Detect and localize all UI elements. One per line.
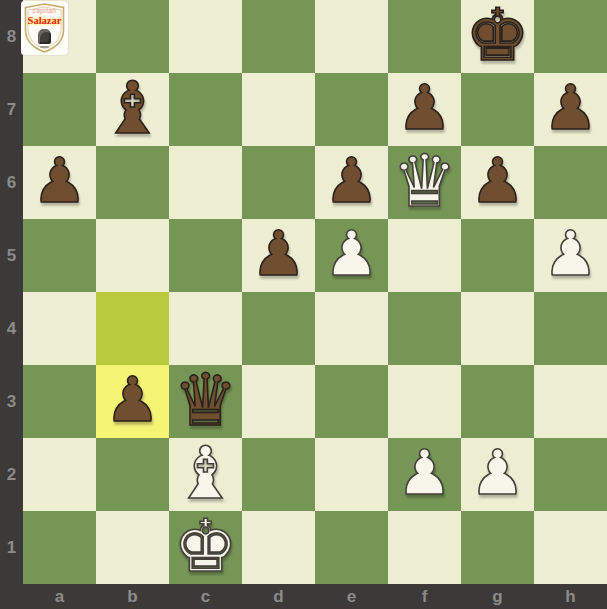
square-c1[interactable]: ♚ xyxy=(169,511,242,584)
square-h1[interactable] xyxy=(534,511,607,584)
square-e2[interactable] xyxy=(315,438,388,511)
square-h2[interactable] xyxy=(534,438,607,511)
piece-white-king-c1[interactable]: ♚ xyxy=(169,509,242,582)
square-f3[interactable] xyxy=(388,365,461,438)
square-a7[interactable] xyxy=(23,73,96,146)
square-g6[interactable]: ♟ xyxy=(461,146,534,219)
square-c4[interactable] xyxy=(169,292,242,365)
square-h3[interactable] xyxy=(534,365,607,438)
square-h6[interactable] xyxy=(534,146,607,219)
square-f1[interactable] xyxy=(388,511,461,584)
file-label-c: c xyxy=(169,584,242,609)
square-a6[interactable]: ♟ xyxy=(23,146,96,219)
square-h8[interactable] xyxy=(534,0,607,73)
square-h4[interactable] xyxy=(534,292,607,365)
rank-label-6: 6 xyxy=(0,146,23,219)
square-g3[interactable] xyxy=(461,365,534,438)
square-b7[interactable]: ♝ xyxy=(96,73,169,146)
square-e1[interactable] xyxy=(315,511,388,584)
square-c6[interactable] xyxy=(169,146,242,219)
square-c3[interactable]: ♛ xyxy=(169,365,242,438)
rank-label-5: 5 xyxy=(0,219,23,292)
square-a4[interactable] xyxy=(23,292,96,365)
file-label-h: h xyxy=(534,584,607,609)
piece-black-bishop-b7[interactable]: ♝ xyxy=(96,71,169,144)
piece-white-pawn-f2[interactable]: ♟ xyxy=(388,436,461,509)
square-d7[interactable] xyxy=(242,73,315,146)
crest-caption xyxy=(40,46,49,48)
piece-black-pawn-g6[interactable]: ♟ xyxy=(461,144,534,217)
file-label-a: a xyxy=(23,584,96,609)
square-b5[interactable] xyxy=(96,219,169,292)
square-e5[interactable]: ♟ xyxy=(315,219,388,292)
logo-subtitle: capitan xyxy=(21,7,68,14)
square-a5[interactable] xyxy=(23,219,96,292)
rank-label-4: 4 xyxy=(0,292,23,365)
square-g8[interactable]: ♚ xyxy=(461,0,534,73)
square-a1[interactable] xyxy=(23,511,96,584)
square-e7[interactable] xyxy=(315,73,388,146)
square-f2[interactable]: ♟ xyxy=(388,438,461,511)
rank-label-3: 3 xyxy=(0,365,23,438)
piece-black-pawn-a6[interactable]: ♟ xyxy=(23,144,96,217)
square-d2[interactable] xyxy=(242,438,315,511)
square-c2[interactable]: ♝ xyxy=(169,438,242,511)
file-label-f: f xyxy=(388,584,461,609)
piece-white-pawn-e5[interactable]: ♟ xyxy=(315,217,388,290)
square-g7[interactable] xyxy=(461,73,534,146)
piece-black-pawn-b3[interactable]: ♟ xyxy=(96,363,169,436)
piece-black-pawn-h7[interactable]: ♟ xyxy=(534,71,607,144)
piece-white-pawn-g2[interactable]: ♟ xyxy=(461,436,534,509)
chess-app: ♚♝♟♟♟♟♛♟♟♟♟♟♛♝♟♟♚ capitan Salazar 876543… xyxy=(0,0,607,609)
square-e3[interactable] xyxy=(315,365,388,438)
square-f6[interactable]: ♛ xyxy=(388,146,461,219)
file-label-b: b xyxy=(96,584,169,609)
rank-label-7: 7 xyxy=(0,73,23,146)
square-g2[interactable]: ♟ xyxy=(461,438,534,511)
square-f8[interactable] xyxy=(388,0,461,73)
square-c8[interactable] xyxy=(169,0,242,73)
square-h5[interactable]: ♟ xyxy=(534,219,607,292)
square-e8[interactable] xyxy=(315,0,388,73)
square-d4[interactable] xyxy=(242,292,315,365)
square-g1[interactable] xyxy=(461,511,534,584)
square-a3[interactable] xyxy=(23,365,96,438)
square-e6[interactable]: ♟ xyxy=(315,146,388,219)
rank-label-1: 1 xyxy=(0,511,23,584)
piece-white-bishop-c2[interactable]: ♝ xyxy=(169,436,242,509)
player-avatar: capitan Salazar xyxy=(21,1,68,55)
square-b1[interactable] xyxy=(96,511,169,584)
square-b8[interactable] xyxy=(96,0,169,73)
square-f5[interactable] xyxy=(388,219,461,292)
square-b3[interactable]: ♟ xyxy=(96,365,169,438)
file-label-d: d xyxy=(242,584,315,609)
file-label-g: g xyxy=(461,584,534,609)
logo-title: Salazar xyxy=(21,15,68,26)
rank-label-8: 8 xyxy=(0,0,23,73)
piece-black-pawn-f7[interactable]: ♟ xyxy=(388,71,461,144)
piece-black-pawn-d5[interactable]: ♟ xyxy=(242,217,315,290)
square-d5[interactable]: ♟ xyxy=(242,219,315,292)
square-h7[interactable]: ♟ xyxy=(534,73,607,146)
square-c7[interactable] xyxy=(169,73,242,146)
square-d3[interactable] xyxy=(242,365,315,438)
square-e4[interactable] xyxy=(315,292,388,365)
crest-icon xyxy=(38,29,51,44)
square-d6[interactable] xyxy=(242,146,315,219)
square-b2[interactable] xyxy=(96,438,169,511)
piece-black-queen-c3[interactable]: ♛ xyxy=(169,363,242,436)
rank-label-2: 2 xyxy=(0,438,23,511)
square-d1[interactable] xyxy=(242,511,315,584)
piece-black-king-g8[interactable]: ♚ xyxy=(461,0,534,71)
square-f7[interactable]: ♟ xyxy=(388,73,461,146)
square-f4[interactable] xyxy=(388,292,461,365)
square-b6[interactable] xyxy=(96,146,169,219)
square-g5[interactable] xyxy=(461,219,534,292)
piece-white-queen-f6[interactable]: ♛ xyxy=(388,144,461,217)
piece-white-pawn-h5[interactable]: ♟ xyxy=(534,217,607,290)
file-label-e: e xyxy=(315,584,388,609)
square-a2[interactable] xyxy=(23,438,96,511)
square-b4[interactable] xyxy=(96,292,169,365)
piece-black-pawn-e6[interactable]: ♟ xyxy=(315,144,388,217)
chess-board: ♚♝♟♟♟♟♛♟♟♟♟♟♛♝♟♟♚ xyxy=(23,0,607,584)
square-d8[interactable] xyxy=(242,0,315,73)
square-c5[interactable] xyxy=(169,219,242,292)
square-g4[interactable] xyxy=(461,292,534,365)
